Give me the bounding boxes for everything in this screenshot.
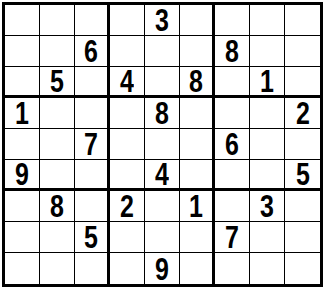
cell-r1c3[interactable] (75, 5, 110, 36)
cell-r4c2[interactable] (40, 98, 75, 129)
cell-r6c2[interactable] (40, 160, 75, 191)
cell-r4c4[interactable] (110, 98, 145, 129)
cell-r8c2[interactable] (40, 222, 75, 253)
cell-r5c6[interactable] (180, 129, 215, 160)
cell-r4c1[interactable]: 1 (5, 98, 40, 129)
cell-r2c1[interactable] (5, 36, 40, 67)
cell-r3c1[interactable] (5, 67, 40, 98)
cell-r8c8[interactable] (250, 222, 285, 253)
cell-r1c1[interactable] (5, 5, 40, 36)
cell-r9c1[interactable] (5, 253, 40, 284)
cell-r2c5[interactable] (145, 36, 180, 67)
cell-r2c9[interactable] (285, 36, 320, 67)
cell-r1c2[interactable] (40, 5, 75, 36)
cell-digit: 2 (120, 191, 134, 221)
cell-r3c5[interactable] (145, 67, 180, 98)
cell-r8c3[interactable]: 5 (75, 222, 110, 253)
cell-digit: 5 (84, 222, 98, 252)
cell-r7c9[interactable] (285, 191, 320, 222)
cell-digit: 1 (260, 66, 274, 96)
cell-r9c9[interactable] (285, 253, 320, 284)
cell-digit: 3 (155, 5, 169, 35)
cell-r6c3[interactable] (75, 160, 110, 191)
cell-r7c3[interactable] (75, 191, 110, 222)
cell-r6c8[interactable] (250, 160, 285, 191)
cell-digit: 1 (15, 98, 29, 128)
cell-digit: 5 (50, 66, 64, 96)
cell-r3c4[interactable]: 4 (110, 67, 145, 98)
cell-r4c5[interactable]: 8 (145, 98, 180, 129)
cell-digit: 4 (120, 66, 134, 96)
cell-r1c9[interactable] (285, 5, 320, 36)
cell-digit: 9 (155, 254, 169, 284)
cell-r5c7[interactable]: 6 (215, 129, 250, 160)
cell-r1c7[interactable] (215, 5, 250, 36)
cell-r7c1[interactable] (5, 191, 40, 222)
cell-r6c6[interactable] (180, 160, 215, 191)
cell-r4c7[interactable] (215, 98, 250, 129)
cell-r8c9[interactable] (285, 222, 320, 253)
cell-digit: 5 (296, 159, 310, 189)
cell-r4c8[interactable] (250, 98, 285, 129)
cell-r5c8[interactable] (250, 129, 285, 160)
cell-r1c5[interactable]: 3 (145, 5, 180, 36)
cell-r5c2[interactable] (40, 129, 75, 160)
cell-r2c3[interactable]: 6 (75, 36, 110, 67)
cell-r8c4[interactable] (110, 222, 145, 253)
cell-r9c7[interactable] (215, 253, 250, 284)
cell-digit: 8 (225, 36, 239, 66)
cell-r8c1[interactable] (5, 222, 40, 253)
cell-r1c8[interactable] (250, 5, 285, 36)
cell-r7c4[interactable]: 2 (110, 191, 145, 222)
cell-digit: 6 (225, 129, 239, 159)
cell-r4c3[interactable] (75, 98, 110, 129)
cell-r4c9[interactable]: 2 (285, 98, 320, 129)
cell-r5c3[interactable]: 7 (75, 129, 110, 160)
cell-digit: 1 (189, 191, 203, 221)
cell-digit: 8 (155, 98, 169, 128)
cell-digit: 7 (84, 129, 98, 159)
cell-r6c4[interactable] (110, 160, 145, 191)
cell-r8c7[interactable]: 7 (215, 222, 250, 253)
cell-r6c1[interactable]: 9 (5, 160, 40, 191)
cell-digit: 2 (296, 98, 310, 128)
cell-r3c6[interactable]: 8 (180, 67, 215, 98)
cell-r1c6[interactable] (180, 5, 215, 36)
cell-r3c7[interactable] (215, 67, 250, 98)
cell-r9c4[interactable] (110, 253, 145, 284)
cell-r3c9[interactable] (285, 67, 320, 98)
cell-r7c6[interactable]: 1 (180, 191, 215, 222)
cell-digit: 4 (155, 159, 169, 189)
sudoku-board: 3685481182769458213579 (2, 2, 323, 287)
cell-digit: 9 (15, 159, 29, 189)
cell-r2c7[interactable]: 8 (215, 36, 250, 67)
cell-r4c6[interactable] (180, 98, 215, 129)
cell-r9c8[interactable] (250, 253, 285, 284)
cell-r8c5[interactable] (145, 222, 180, 253)
cell-r7c5[interactable] (145, 191, 180, 222)
cell-r3c2[interactable]: 5 (40, 67, 75, 98)
cell-digit: 6 (84, 36, 98, 66)
sudoku-page: 3685481182769458213579 (0, 0, 328, 287)
cell-r5c4[interactable] (110, 129, 145, 160)
cell-r7c2[interactable]: 8 (40, 191, 75, 222)
cell-r6c7[interactable] (215, 160, 250, 191)
cell-r1c4[interactable] (110, 5, 145, 36)
cell-r9c2[interactable] (40, 253, 75, 284)
cell-r7c8[interactable]: 3 (250, 191, 285, 222)
cell-digit: 7 (225, 222, 239, 252)
cell-r6c5[interactable]: 4 (145, 160, 180, 191)
cell-r3c8[interactable]: 1 (250, 67, 285, 98)
cell-digit: 8 (189, 66, 203, 96)
cell-r3c3[interactable] (75, 67, 110, 98)
cell-r9c5[interactable]: 9 (145, 253, 180, 284)
cell-digit: 8 (50, 191, 64, 221)
cell-r6c9[interactable]: 5 (285, 160, 320, 191)
cell-r7c7[interactable] (215, 191, 250, 222)
cell-r9c3[interactable] (75, 253, 110, 284)
cell-digit: 3 (260, 191, 274, 221)
cell-r8c6[interactable] (180, 222, 215, 253)
cell-r9c6[interactable] (180, 253, 215, 284)
